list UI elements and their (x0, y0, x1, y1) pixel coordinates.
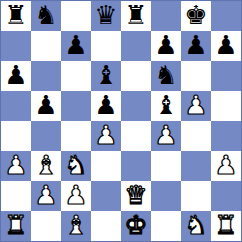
square-d2[interactable] (91, 181, 121, 211)
piece-white-knight[interactable]: ♞ (184, 212, 207, 238)
piece-white-pawn[interactable]: ♟ (184, 92, 207, 118)
square-f5[interactable]: ♝ (151, 91, 181, 121)
square-b2[interactable]: ♟ (31, 181, 61, 211)
square-g1[interactable]: ♞ (181, 211, 211, 241)
square-h1[interactable]: ♜ (211, 211, 241, 241)
piece-black-pawn[interactable]: ♟ (64, 32, 87, 58)
square-b5[interactable]: ♟ (31, 91, 61, 121)
square-d1[interactable] (91, 211, 121, 241)
square-f3[interactable] (151, 151, 181, 181)
square-a6[interactable]: ♟ (1, 61, 31, 91)
square-g8[interactable]: ♚ (181, 1, 211, 31)
square-e1[interactable]: ♚ (121, 211, 151, 241)
square-g7[interactable]: ♟ (181, 31, 211, 61)
piece-black-bishop[interactable]: ♝ (94, 62, 117, 88)
square-e7[interactable] (121, 31, 151, 61)
square-c8[interactable] (61, 1, 91, 31)
square-e6[interactable] (121, 61, 151, 91)
square-h2[interactable] (211, 181, 241, 211)
square-h3[interactable]: ♟ (211, 151, 241, 181)
square-h8[interactable] (211, 1, 241, 31)
square-c6[interactable] (61, 61, 91, 91)
piece-black-king[interactable]: ♚ (184, 2, 207, 28)
square-c2[interactable]: ♟ (61, 181, 91, 211)
piece-white-queen[interactable]: ♛ (124, 182, 147, 208)
square-g2[interactable] (181, 181, 211, 211)
square-b7[interactable] (31, 31, 61, 61)
square-h6[interactable] (211, 61, 241, 91)
square-e4[interactable] (121, 121, 151, 151)
square-d7[interactable] (91, 31, 121, 61)
piece-black-queen[interactable]: ♛ (94, 2, 117, 28)
square-e5[interactable] (121, 91, 151, 121)
piece-white-pawn[interactable]: ♟ (214, 152, 237, 178)
square-g6[interactable] (181, 61, 211, 91)
piece-white-pawn[interactable]: ♟ (154, 122, 177, 148)
square-a2[interactable] (1, 181, 31, 211)
square-g3[interactable] (181, 151, 211, 181)
piece-white-pawn[interactable]: ♟ (94, 122, 117, 148)
square-h5[interactable] (211, 91, 241, 121)
square-b6[interactable] (31, 61, 61, 91)
square-b3[interactable]: ♝ (31, 151, 61, 181)
square-e3[interactable] (121, 151, 151, 181)
square-c4[interactable] (61, 121, 91, 151)
piece-black-pawn[interactable]: ♟ (214, 32, 237, 58)
square-f4[interactable]: ♟ (151, 121, 181, 151)
square-a8[interactable]: ♜ (1, 1, 31, 31)
square-d3[interactable] (91, 151, 121, 181)
square-f1[interactable] (151, 211, 181, 241)
square-b8[interactable]: ♞ (31, 1, 61, 31)
square-g4[interactable] (181, 121, 211, 151)
square-d8[interactable]: ♛ (91, 1, 121, 31)
square-h7[interactable]: ♟ (211, 31, 241, 61)
piece-white-pawn[interactable]: ♟ (64, 182, 87, 208)
piece-black-bishop[interactable]: ♝ (154, 92, 177, 118)
piece-white-bishop[interactable]: ♝ (34, 152, 57, 178)
square-b1[interactable] (31, 211, 61, 241)
piece-white-bishop[interactable]: ♝ (64, 212, 87, 238)
piece-black-rook[interactable]: ♜ (124, 2, 147, 28)
square-f2[interactable] (151, 181, 181, 211)
square-d4[interactable]: ♟ (91, 121, 121, 151)
square-d5[interactable]: ♟ (91, 91, 121, 121)
chess-board: ♜♞♛♜♚♟♟♟♟♟♝♞♟♟♝♟♟♟♟♝♞♟♟♟♛♜♝♚♞♜ (0, 0, 242, 242)
square-f8[interactable] (151, 1, 181, 31)
square-a7[interactable] (1, 31, 31, 61)
square-a1[interactable]: ♜ (1, 211, 31, 241)
square-f6[interactable]: ♞ (151, 61, 181, 91)
square-e8[interactable]: ♜ (121, 1, 151, 31)
piece-black-pawn[interactable]: ♟ (4, 62, 27, 88)
piece-black-pawn[interactable]: ♟ (34, 92, 57, 118)
piece-black-rook[interactable]: ♜ (4, 2, 27, 28)
piece-black-knight[interactable]: ♞ (154, 62, 177, 88)
square-a3[interactable]: ♟ (1, 151, 31, 181)
square-b4[interactable] (31, 121, 61, 151)
piece-black-pawn[interactable]: ♟ (154, 32, 177, 58)
piece-white-rook[interactable]: ♜ (214, 212, 237, 238)
square-e2[interactable]: ♛ (121, 181, 151, 211)
piece-black-pawn[interactable]: ♟ (184, 32, 207, 58)
piece-white-rook[interactable]: ♜ (4, 212, 27, 238)
square-c7[interactable]: ♟ (61, 31, 91, 61)
square-c5[interactable] (61, 91, 91, 121)
piece-black-pawn[interactable]: ♟ (94, 92, 117, 118)
square-c1[interactable]: ♝ (61, 211, 91, 241)
piece-white-knight[interactable]: ♞ (64, 152, 87, 178)
square-h4[interactable] (211, 121, 241, 151)
piece-white-pawn[interactable]: ♟ (34, 182, 57, 208)
piece-white-pawn[interactable]: ♟ (4, 152, 27, 178)
piece-white-king[interactable]: ♚ (124, 212, 147, 238)
square-a4[interactable] (1, 121, 31, 151)
piece-black-knight[interactable]: ♞ (34, 2, 57, 28)
square-g5[interactable]: ♟ (181, 91, 211, 121)
square-c3[interactable]: ♞ (61, 151, 91, 181)
square-a5[interactable] (1, 91, 31, 121)
square-f7[interactable]: ♟ (151, 31, 181, 61)
square-d6[interactable]: ♝ (91, 61, 121, 91)
